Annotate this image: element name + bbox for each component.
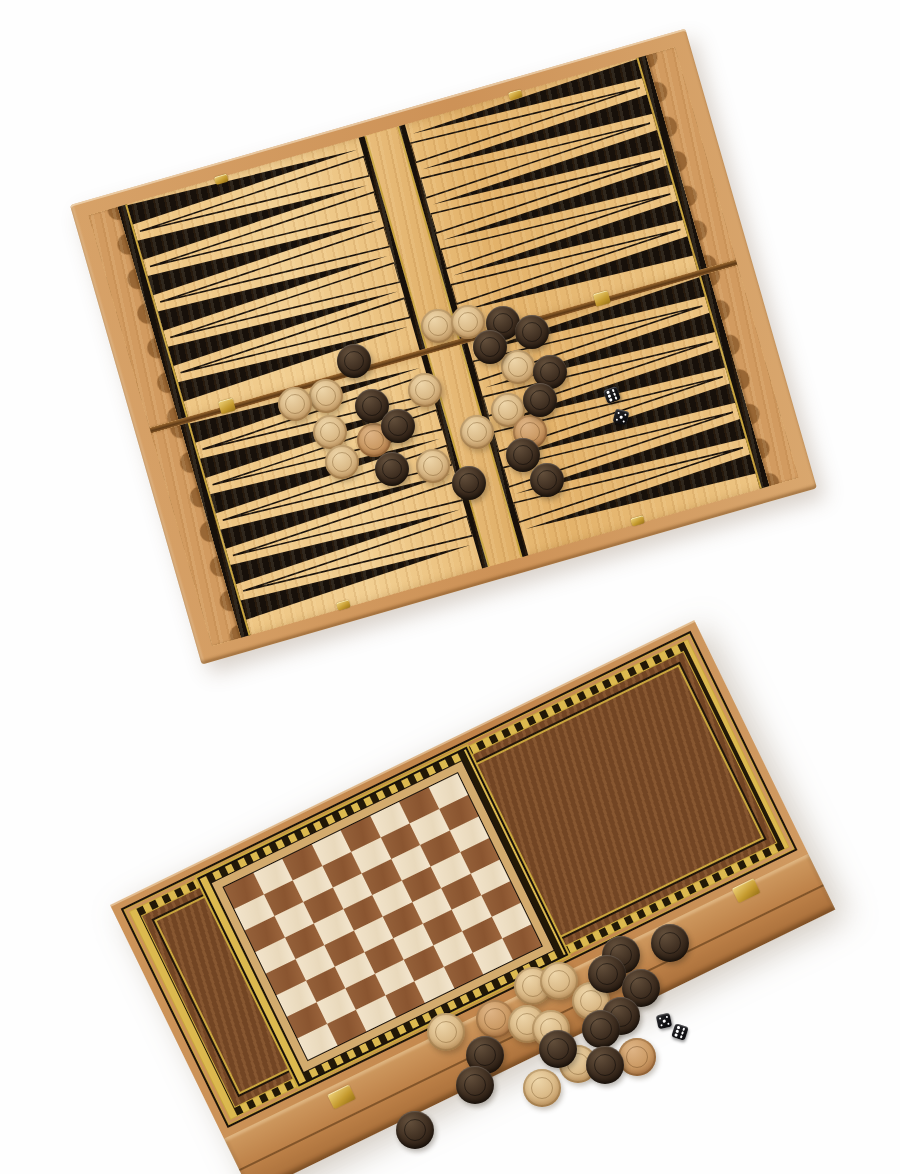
light-checker xyxy=(523,1069,561,1107)
die-showing-6 xyxy=(671,1023,689,1041)
die-showing-5 xyxy=(656,1013,673,1030)
brass-clasp xyxy=(630,515,645,526)
light-checker xyxy=(559,1045,597,1083)
brass-clasp xyxy=(336,600,351,611)
dark-checker xyxy=(586,1046,624,1084)
product-photo-scene xyxy=(0,0,900,1174)
closed-game-box xyxy=(110,620,835,1174)
open-backgammon-board xyxy=(70,29,817,665)
light-checker xyxy=(618,1038,656,1076)
